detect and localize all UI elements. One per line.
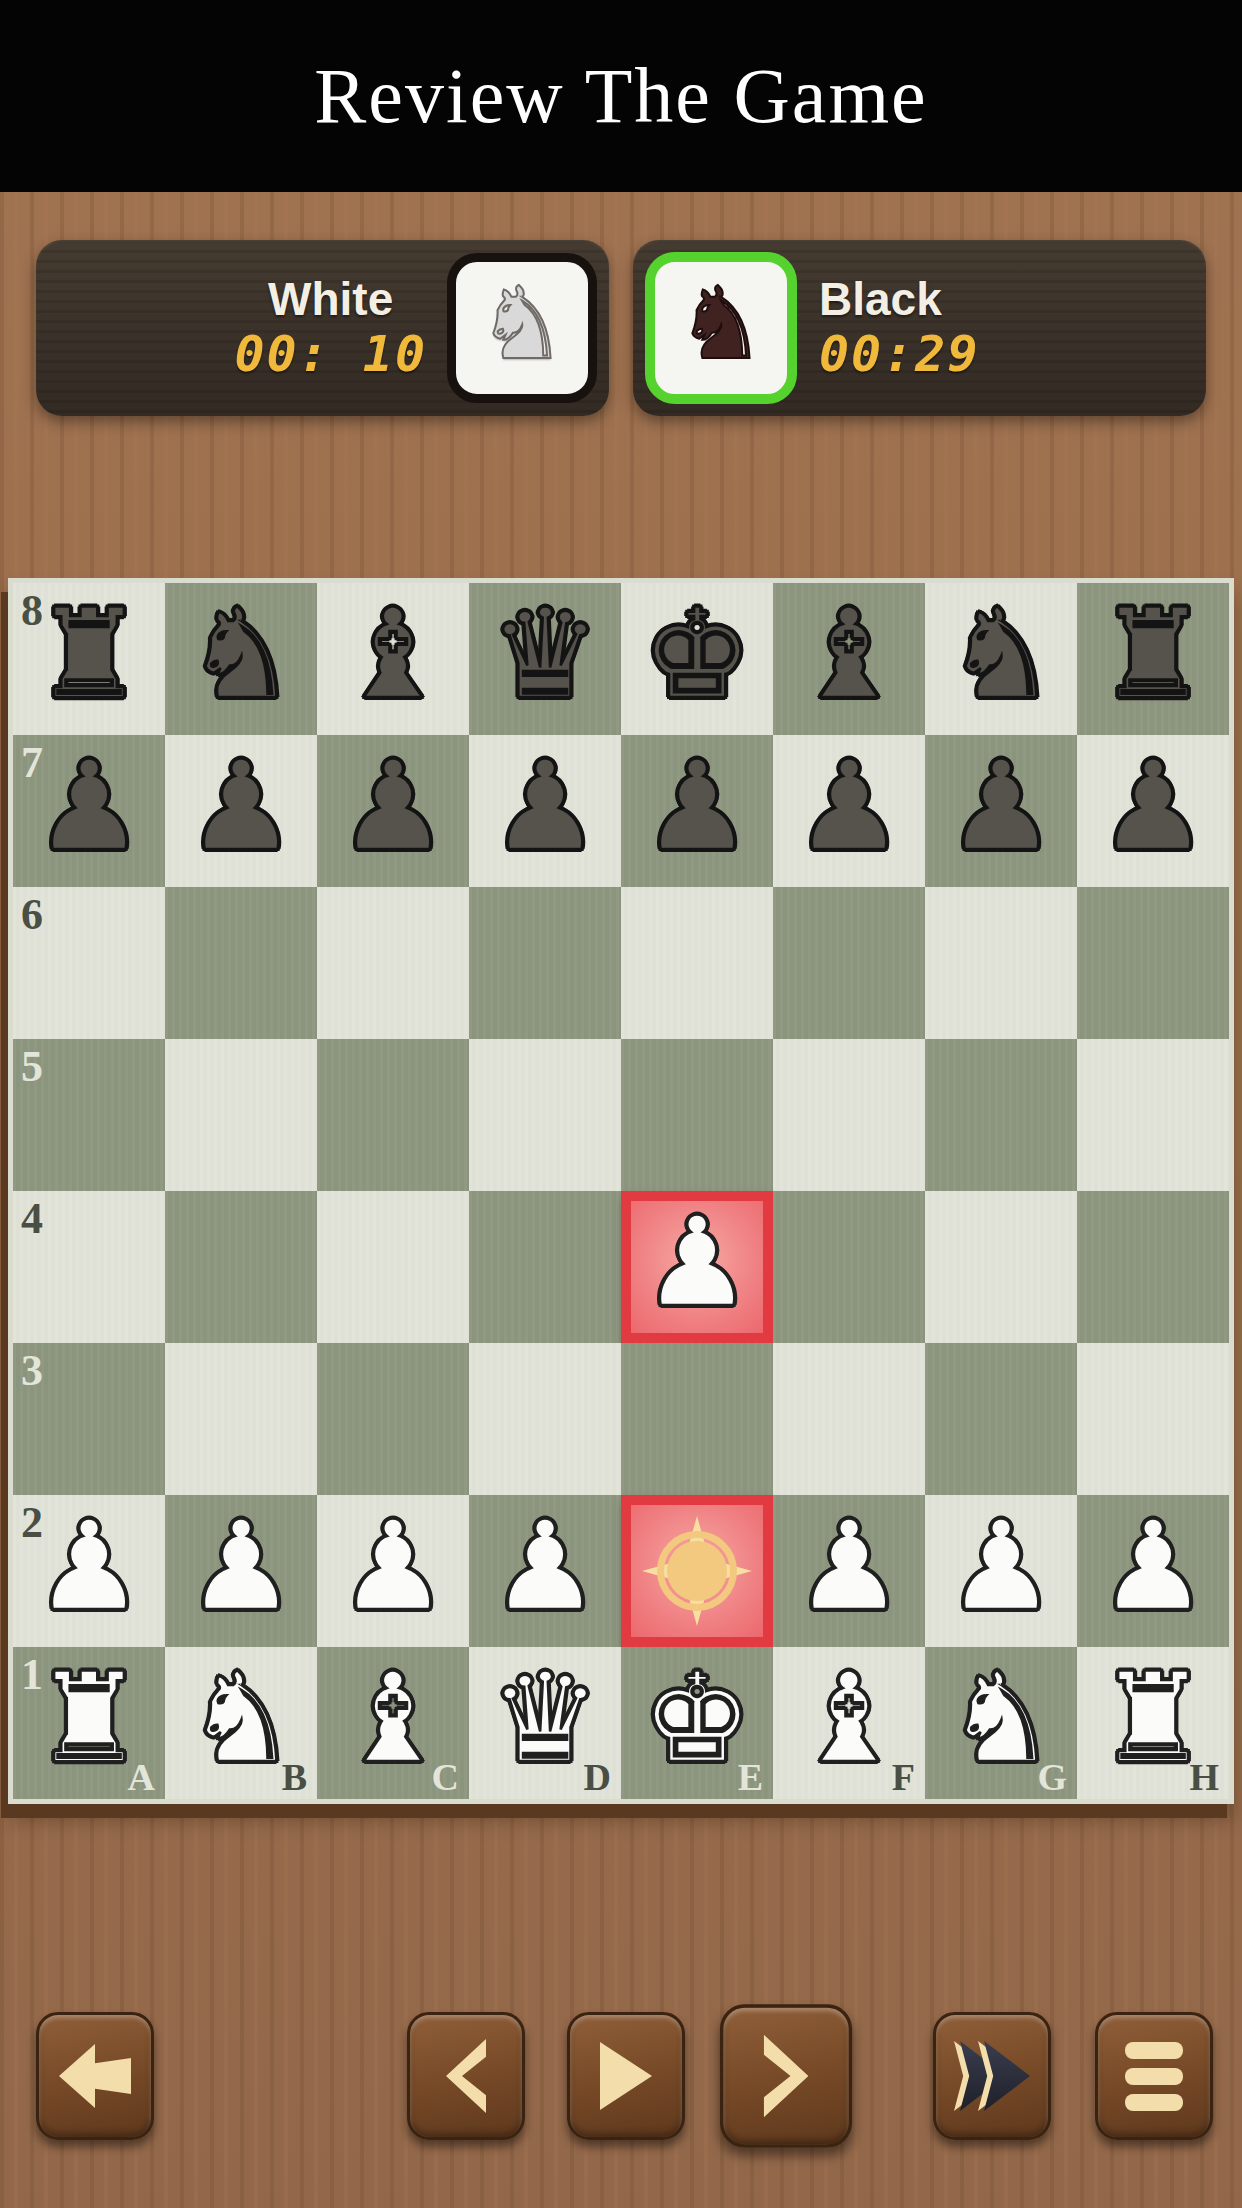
rank-label-5: 5 xyxy=(21,1041,43,1092)
player-panels: White 00: 10 ♞ ♞ Black 00:29 xyxy=(36,240,1206,416)
square-e3 xyxy=(621,1343,773,1495)
white-bishop-f1: ♝ xyxy=(793,1656,904,1790)
square-g7: ♟ xyxy=(925,735,1077,887)
square-f5 xyxy=(773,1039,925,1191)
white-player-clock: 00: 10 xyxy=(234,326,427,384)
chevron-right-icon xyxy=(764,2035,809,2118)
square-c2: ♟ xyxy=(317,1495,469,1647)
menu-button[interactable] xyxy=(1095,2012,1213,2140)
square-g8: ♞ xyxy=(925,583,1077,735)
square-c1: C♝ xyxy=(317,1647,469,1799)
square-h4 xyxy=(1077,1191,1229,1343)
square-a3: 3 xyxy=(13,1343,165,1495)
white-knight-b1: ♞ xyxy=(185,1656,296,1790)
file-label-f: F xyxy=(892,1755,915,1799)
square-h8: ♜ xyxy=(1077,583,1229,735)
rank-label-7: 7 xyxy=(21,737,43,788)
double-chevron-icon xyxy=(954,2041,1030,2111)
square-a1: 1A♜ xyxy=(13,1647,165,1799)
black-pawn-e7: ♟ xyxy=(641,744,752,878)
square-f8: ♝ xyxy=(773,583,925,735)
file-label-d: D xyxy=(584,1755,611,1799)
square-d5 xyxy=(469,1039,621,1191)
square-a6: 6 xyxy=(13,887,165,1039)
rank-label-1: 1 xyxy=(21,1649,43,1700)
black-bishop-c8: ♝ xyxy=(337,592,448,726)
black-pawn-d7: ♟ xyxy=(489,744,600,878)
file-label-b: B xyxy=(282,1755,307,1799)
square-c6 xyxy=(317,887,469,1039)
white-pawn-b2: ♟ xyxy=(185,1504,296,1638)
square-f6 xyxy=(773,887,925,1039)
square-d8: ♛ xyxy=(469,583,621,735)
square-b1: B♞ xyxy=(165,1647,317,1799)
square-e4: ♟ xyxy=(621,1191,773,1343)
square-f2: ♟ xyxy=(773,1495,925,1647)
file-label-e: E xyxy=(738,1755,763,1799)
black-pawn-c7: ♟ xyxy=(337,744,448,878)
rank-label-4: 4 xyxy=(21,1193,43,1244)
title-bar: Review The Game xyxy=(0,0,1242,192)
square-b5 xyxy=(165,1039,317,1191)
square-c3 xyxy=(317,1343,469,1495)
square-d4 xyxy=(469,1191,621,1343)
black-bishop-f8: ♝ xyxy=(793,592,904,726)
square-g5 xyxy=(925,1039,1077,1191)
square-f1: F♝ xyxy=(773,1647,925,1799)
square-g1: G♞ xyxy=(925,1647,1077,1799)
square-c8: ♝ xyxy=(317,583,469,735)
rank-label-8: 8 xyxy=(21,585,43,636)
square-c7: ♟ xyxy=(317,735,469,887)
square-a7: 7♟ xyxy=(13,735,165,887)
square-b7: ♟ xyxy=(165,735,317,887)
white-pawn-f2: ♟ xyxy=(793,1504,904,1638)
file-label-h: H xyxy=(1189,1755,1219,1799)
white-knight-icon: ♞ xyxy=(477,274,567,382)
square-a4: 4 xyxy=(13,1191,165,1343)
black-knight-icon: ♞ xyxy=(676,274,766,382)
white-pawn-g2: ♟ xyxy=(945,1504,1056,1638)
play-icon xyxy=(600,2042,652,2110)
square-c5 xyxy=(317,1039,469,1191)
square-h5 xyxy=(1077,1039,1229,1191)
move-origin-marker xyxy=(631,1505,763,1637)
square-h3 xyxy=(1077,1343,1229,1495)
black-queen-d8: ♛ xyxy=(489,592,600,726)
square-a8: 8♜ xyxy=(13,583,165,735)
square-d1: D♛ xyxy=(469,1647,621,1799)
white-pawn-d2: ♟ xyxy=(489,1504,600,1638)
square-g6 xyxy=(925,887,1077,1039)
square-a2: 2♟ xyxy=(13,1495,165,1647)
square-g2: ♟ xyxy=(925,1495,1077,1647)
black-pawn-a7: ♟ xyxy=(33,744,144,878)
step-back-button[interactable] xyxy=(407,2012,525,2140)
black-rook-a8: ♜ xyxy=(33,592,144,726)
square-h2: ♟ xyxy=(1077,1495,1229,1647)
exit-review-button[interactable] xyxy=(36,2012,154,2140)
play-button[interactable] xyxy=(567,2012,685,2140)
square-e7: ♟ xyxy=(621,735,773,887)
white-player-avatar: ♞ xyxy=(447,253,597,403)
square-e8: ♚ xyxy=(621,583,773,735)
white-pawn-a2: ♟ xyxy=(33,1504,144,1638)
square-b8: ♞ xyxy=(165,583,317,735)
rank-label-2: 2 xyxy=(21,1497,43,1548)
square-c4 xyxy=(317,1191,469,1343)
square-g3 xyxy=(925,1343,1077,1495)
square-d2: ♟ xyxy=(469,1495,621,1647)
chevron-left-icon xyxy=(446,2039,486,2113)
black-knight-g8: ♞ xyxy=(945,592,1056,726)
square-b6 xyxy=(165,887,317,1039)
black-knight-b8: ♞ xyxy=(185,592,296,726)
square-f4 xyxy=(773,1191,925,1343)
square-e6 xyxy=(621,887,773,1039)
file-label-c: C xyxy=(432,1755,459,1799)
black-king-e8: ♚ xyxy=(641,592,752,726)
arrow-left-icon xyxy=(59,2044,131,2108)
square-b2: ♟ xyxy=(165,1495,317,1647)
file-label-g: G xyxy=(1037,1755,1067,1799)
square-a5: 5 xyxy=(13,1039,165,1191)
black-player-text: Black 00:29 xyxy=(819,273,980,383)
white-player-text: White 00: 10 xyxy=(234,273,427,383)
black-player-avatar-active: ♞ xyxy=(645,252,797,404)
square-e1: E♚ xyxy=(621,1647,773,1799)
black-rook-h8: ♜ xyxy=(1097,592,1208,726)
fast-forward-button[interactable] xyxy=(933,2012,1051,2140)
square-f3 xyxy=(773,1343,925,1495)
square-f7: ♟ xyxy=(773,735,925,887)
black-player-panel: ♞ Black 00:29 xyxy=(633,240,1206,416)
black-pawn-f7: ♟ xyxy=(793,744,904,878)
black-pawn-g7: ♟ xyxy=(945,744,1056,878)
black-pawn-h7: ♟ xyxy=(1097,744,1208,878)
square-h7: ♟ xyxy=(1077,735,1229,887)
square-g4 xyxy=(925,1191,1077,1343)
white-king-e1: ♚ xyxy=(641,1656,752,1790)
square-h1: H♜ xyxy=(1077,1647,1229,1799)
chess-board: 8♜♞♝♛♚♝♞♜7♟♟♟♟♟♟♟♟654♟32♟♟♟♟♟♟♟1A♜B♞C♝D♛… xyxy=(13,583,1229,1799)
square-b4 xyxy=(165,1191,317,1343)
menu-icon xyxy=(1125,2042,1183,2111)
square-d3 xyxy=(469,1343,621,1495)
square-e5 xyxy=(621,1039,773,1191)
white-pawn-c2: ♟ xyxy=(337,1504,448,1638)
chess-board-frame: 8♜♞♝♛♚♝♞♜7♟♟♟♟♟♟♟♟654♟32♟♟♟♟♟♟♟1A♜B♞C♝D♛… xyxy=(8,578,1234,1804)
file-label-a: A xyxy=(128,1755,155,1799)
white-pawn-e4: ♟ xyxy=(641,1200,752,1334)
white-player-name: White xyxy=(268,273,393,326)
black-player-clock: 00:29 xyxy=(819,326,980,384)
black-pawn-b7: ♟ xyxy=(185,744,296,878)
rank-label-6: 6 xyxy=(21,889,43,940)
black-player-name: Black xyxy=(819,273,942,326)
rank-label-3: 3 xyxy=(21,1345,43,1396)
review-screen: Review The Game White 00: 10 ♞ ♞ Black 0… xyxy=(0,0,1242,2208)
white-player-panel: White 00: 10 ♞ xyxy=(36,240,609,416)
square-e2 xyxy=(621,1495,773,1647)
square-h6 xyxy=(1077,887,1229,1039)
square-b3 xyxy=(165,1343,317,1495)
step-forward-button[interactable] xyxy=(720,2004,852,2147)
square-d6 xyxy=(469,887,621,1039)
square-d7: ♟ xyxy=(469,735,621,887)
page-title: Review The Game xyxy=(314,51,927,141)
white-pawn-h2: ♟ xyxy=(1097,1504,1208,1638)
